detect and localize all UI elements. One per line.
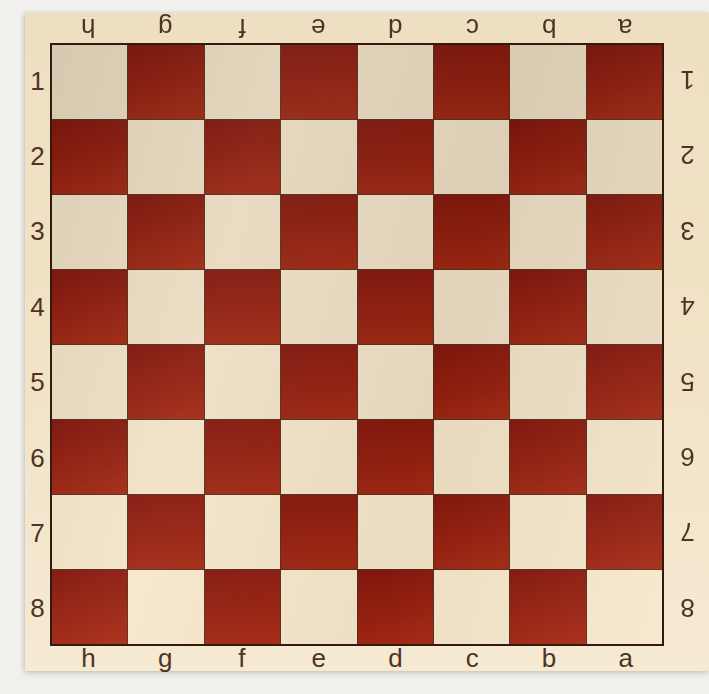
- square-e5: [281, 345, 356, 419]
- square-a7: [587, 495, 662, 569]
- square-h6: [52, 420, 127, 494]
- rank-label-right-7: 7: [666, 495, 709, 570]
- square-g7: [128, 495, 203, 569]
- square-c6: [434, 420, 509, 494]
- square-c4: [434, 270, 509, 344]
- square-a8: [587, 570, 662, 644]
- square-b1: [510, 45, 585, 119]
- file-label-bottom-b: b: [511, 644, 588, 671]
- rank-label-left-3: 3: [25, 194, 50, 269]
- rank-label-left-1: 1: [25, 43, 50, 118]
- square-g1: [128, 45, 203, 119]
- square-h2: [52, 120, 127, 194]
- rank-labels-left: 12345678: [25, 43, 50, 646]
- square-b3: [510, 195, 585, 269]
- square-f2: [205, 120, 280, 194]
- square-a6: [587, 420, 662, 494]
- rank-label-left-7: 7: [25, 495, 50, 570]
- square-d6: [358, 420, 433, 494]
- square-d7: [358, 495, 433, 569]
- square-d4: [358, 270, 433, 344]
- square-g6: [128, 420, 203, 494]
- square-f7: [205, 495, 280, 569]
- file-label-bottom-e: e: [280, 644, 357, 671]
- square-h7: [52, 495, 127, 569]
- file-label-top-d: d: [357, 13, 434, 43]
- square-f5: [205, 345, 280, 419]
- board-grid: [50, 43, 664, 646]
- square-b2: [510, 120, 585, 194]
- square-e2: [281, 120, 356, 194]
- square-b8: [510, 570, 585, 644]
- rank-label-right-2: 2: [666, 118, 709, 193]
- square-c2: [434, 120, 509, 194]
- rank-label-right-8: 8: [666, 571, 709, 646]
- rank-label-left-4: 4: [25, 269, 50, 344]
- file-label-bottom-a: a: [587, 644, 664, 671]
- file-label-bottom-h: h: [50, 644, 127, 671]
- rank-label-right-1: 1: [666, 43, 709, 118]
- rank-label-right-6: 6: [666, 420, 709, 495]
- square-g5: [128, 345, 203, 419]
- rank-label-right-3: 3: [666, 194, 709, 269]
- square-h3: [52, 195, 127, 269]
- square-g2: [128, 120, 203, 194]
- square-d2: [358, 120, 433, 194]
- square-e1: [281, 45, 356, 119]
- photo-background: hgfedcba hgfedcba 12345678 12345678: [0, 0, 709, 694]
- square-f8: [205, 570, 280, 644]
- square-d8: [358, 570, 433, 644]
- square-a2: [587, 120, 662, 194]
- file-label-bottom-c: c: [434, 644, 511, 671]
- square-h1: [52, 45, 127, 119]
- square-a1: [587, 45, 662, 119]
- square-a5: [587, 345, 662, 419]
- square-d3: [358, 195, 433, 269]
- square-e6: [281, 420, 356, 494]
- square-b5: [510, 345, 585, 419]
- square-h8: [52, 570, 127, 644]
- rank-label-right-4: 4: [666, 269, 709, 344]
- square-e3: [281, 195, 356, 269]
- rank-label-right-5: 5: [666, 345, 709, 420]
- square-d5: [358, 345, 433, 419]
- rank-label-left-6: 6: [25, 420, 50, 495]
- file-label-bottom-g: g: [127, 644, 204, 671]
- square-b6: [510, 420, 585, 494]
- rank-label-left-8: 8: [25, 571, 50, 646]
- file-label-bottom-f: f: [204, 644, 281, 671]
- square-e8: [281, 570, 356, 644]
- file-label-top-e: e: [280, 13, 357, 43]
- square-c7: [434, 495, 509, 569]
- file-label-bottom-d: d: [357, 644, 434, 671]
- file-label-top-c: c: [434, 13, 511, 43]
- square-b4: [510, 270, 585, 344]
- square-a3: [587, 195, 662, 269]
- rank-label-left-5: 5: [25, 345, 50, 420]
- square-a4: [587, 270, 662, 344]
- square-b7: [510, 495, 585, 569]
- file-labels-bottom: hgfedcba: [50, 644, 664, 671]
- square-d1: [358, 45, 433, 119]
- square-f6: [205, 420, 280, 494]
- square-h5: [52, 345, 127, 419]
- square-c3: [434, 195, 509, 269]
- file-label-top-f: f: [204, 13, 281, 43]
- square-f3: [205, 195, 280, 269]
- rank-label-left-2: 2: [25, 118, 50, 193]
- file-label-top-b: b: [511, 13, 588, 43]
- square-f4: [205, 270, 280, 344]
- file-label-top-h: h: [50, 13, 127, 43]
- chessboard: hgfedcba hgfedcba 12345678 12345678: [25, 13, 709, 671]
- file-label-top-a: a: [587, 13, 664, 43]
- square-c1: [434, 45, 509, 119]
- square-g4: [128, 270, 203, 344]
- square-h4: [52, 270, 127, 344]
- square-g8: [128, 570, 203, 644]
- square-g3: [128, 195, 203, 269]
- square-e7: [281, 495, 356, 569]
- square-e4: [281, 270, 356, 344]
- square-c5: [434, 345, 509, 419]
- file-labels-top: hgfedcba: [50, 13, 664, 43]
- square-f1: [205, 45, 280, 119]
- rank-labels-right: 12345678: [666, 43, 709, 646]
- square-c8: [434, 570, 509, 644]
- file-label-top-g: g: [127, 13, 204, 43]
